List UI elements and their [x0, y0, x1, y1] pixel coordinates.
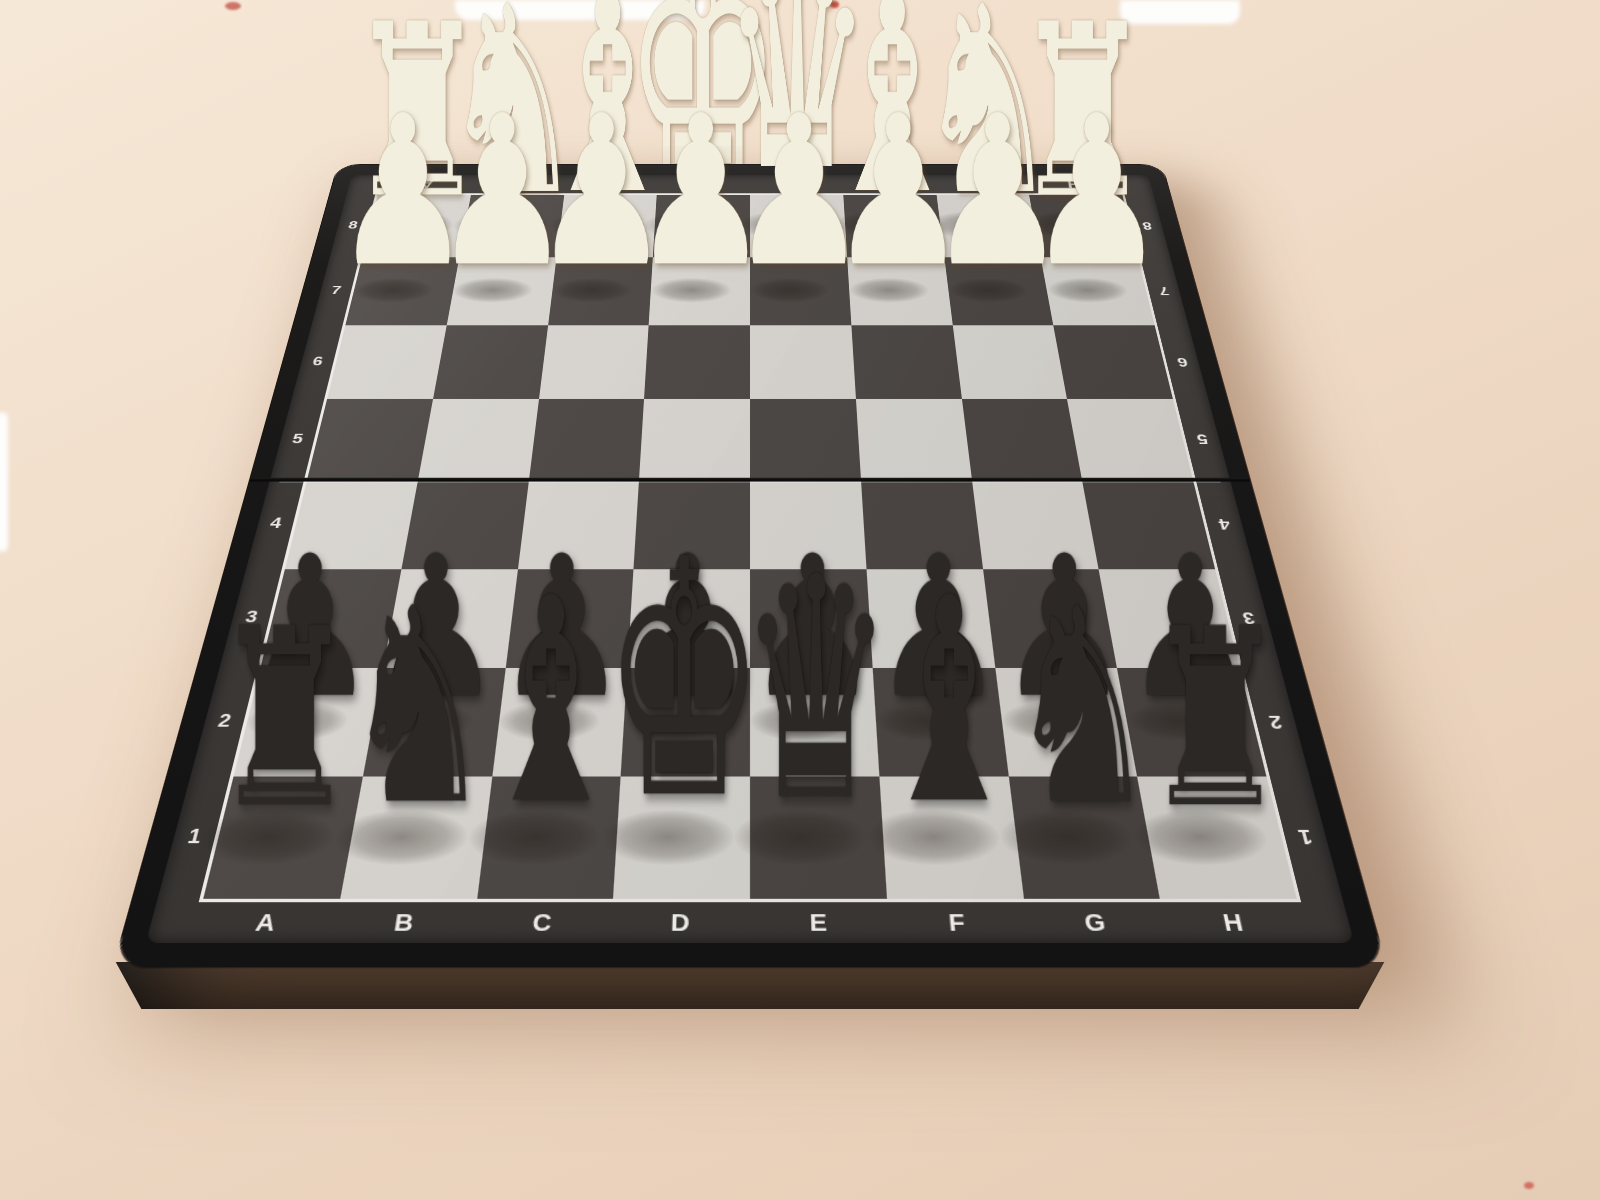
file-label-top-b: B [471, 175, 566, 193]
file-labels-bottom: ABCDEFGH [192, 902, 1307, 943]
piece-black-bishop-f1: ♝ [876, 568, 1023, 836]
file-label-top-e: E [750, 175, 843, 193]
piece-black-knight-b1: ♞ [343, 580, 493, 836]
file-label-c: C [471, 902, 613, 943]
piece-black-rook-h1: ♜ [1142, 603, 1287, 837]
chess-board: ABCDEFGH ABCDEFGH 87654321 87654321 ♜♞♝♚… [114, 165, 1387, 968]
file-label-top-g: G [934, 175, 1029, 193]
file-label-top-a: A [378, 175, 474, 193]
file-label-e: E [750, 902, 889, 943]
piece-black-king-d1: ♚ [603, 526, 764, 836]
file-labels-top: ABCDEFGH [378, 175, 1122, 193]
file-label-top-d: D [657, 175, 750, 193]
file-label-f: F [887, 902, 1029, 943]
pieces-layer: ♜♞♝♚♛♝♞♜♟♟♟♟♟♟♟♟♟♟♟♟♟♟♟♟♜♞♝♚♛♝♞♜ [203, 195, 1297, 899]
file-label-b: B [332, 902, 476, 943]
file-label-h: H [1161, 902, 1308, 943]
file-label-top-c: C [564, 175, 658, 193]
piece-black-bishop-c1: ♝ [478, 568, 625, 836]
background-white-sliver [0, 412, 8, 552]
file-label-top-f: F [842, 175, 936, 193]
piece-black-rook-a1: ♜ [212, 603, 357, 837]
file-label-top-h: H [1026, 175, 1122, 193]
background-red-mark [1524, 1182, 1534, 1189]
piece-black-knight-g1: ♞ [1007, 580, 1157, 836]
file-label-g: G [1024, 902, 1168, 943]
background-red-mark [225, 2, 241, 10]
board-side-wall [108, 962, 1392, 1009]
file-label-a: A [192, 902, 339, 943]
file-label-d: D [611, 902, 750, 943]
